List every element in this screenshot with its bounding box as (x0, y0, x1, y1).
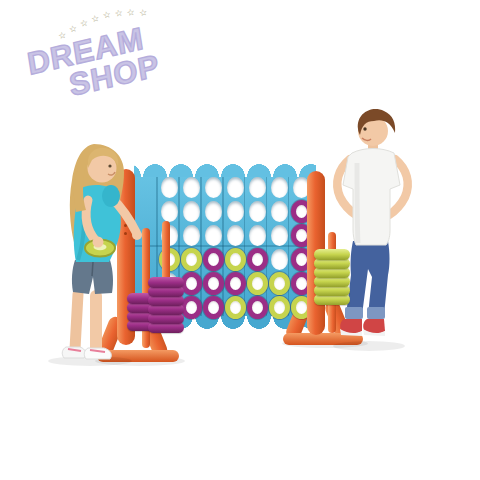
empty-hole (183, 177, 200, 198)
cell-r1c4[interactable] (224, 175, 246, 199)
cell-r1c1[interactable] (158, 175, 180, 199)
purple-disc (203, 272, 224, 295)
star-icon: ☆ (126, 7, 136, 19)
empty-hole (271, 249, 288, 270)
purple-disc (203, 296, 224, 319)
cell-r1c6[interactable] (268, 175, 290, 199)
cell-r2c5[interactable] (246, 199, 268, 223)
cell-r4c2[interactable] (180, 247, 202, 271)
star-icon: ☆ (90, 13, 100, 25)
empty-hole (161, 177, 178, 198)
yellow-disc (225, 248, 246, 271)
empty-hole (205, 225, 222, 246)
cell-r3c3[interactable] (202, 223, 224, 247)
cell-r1c3[interactable] (202, 175, 224, 199)
empty-hole (249, 177, 266, 198)
star-icon: ☆ (57, 30, 67, 42)
empty-hole (227, 201, 244, 222)
watermark-word-dream: DREAM (25, 20, 146, 82)
cell-r4c6[interactable] (268, 247, 290, 271)
cell-r3c5[interactable] (246, 223, 268, 247)
empty-hole (271, 201, 288, 222)
cell-r6c5[interactable] (246, 295, 268, 319)
cell-r3c6[interactable] (268, 223, 290, 247)
empty-hole (205, 177, 222, 198)
purple-disc (247, 248, 268, 271)
yellow-disc (225, 296, 246, 319)
cell-r2c4[interactable] (224, 199, 246, 223)
cell-r4c5[interactable] (246, 247, 268, 271)
yellow-spare-ring (314, 249, 350, 260)
cell-r2c3[interactable] (202, 199, 224, 223)
yellow-disc (181, 248, 202, 271)
cell-r2c1[interactable] (158, 199, 180, 223)
cell-r6c3[interactable] (202, 295, 224, 319)
watermark-stars: ☆☆☆☆☆☆☆☆ (55, 0, 167, 43)
cell-r4c4[interactable] (224, 247, 246, 271)
cell-r6c6[interactable] (268, 295, 290, 319)
purple-disc (247, 296, 268, 319)
empty-hole (205, 201, 222, 222)
boy-figure (322, 103, 422, 353)
star-icon: ☆ (138, 7, 148, 19)
cell-r2c2[interactable] (180, 199, 202, 223)
empty-hole (161, 201, 178, 222)
cell-r1c2[interactable] (180, 175, 202, 199)
cell-r2c6[interactable] (268, 199, 290, 223)
purple-disc (203, 248, 224, 271)
cell-r5c5[interactable] (246, 271, 268, 295)
cell-r5c6[interactable] (268, 271, 290, 295)
cell-r6c4[interactable] (224, 295, 246, 319)
empty-hole (271, 225, 288, 246)
empty-hole (227, 177, 244, 198)
dream-shop-watermark: ☆☆☆☆☆☆☆☆ DREAM SHOP (16, 0, 227, 141)
empty-hole (183, 225, 200, 246)
purple-spare-ring (148, 277, 184, 288)
yellow-disc (269, 272, 290, 295)
watermark-word-shop: SHOP (67, 48, 162, 104)
purple-disc-stack-2 (148, 277, 184, 333)
purple-disc (225, 272, 246, 295)
girl-figure (12, 138, 142, 368)
star-icon: ☆ (114, 7, 124, 19)
empty-hole (227, 225, 244, 246)
empty-hole (249, 225, 266, 246)
yellow-disc (269, 296, 290, 319)
cell-r1c5[interactable] (246, 175, 268, 199)
product-photo-canvas: ☆☆☆☆☆☆☆☆ DREAM SHOP (0, 0, 480, 480)
empty-hole (249, 201, 266, 222)
empty-hole (183, 201, 200, 222)
star-icon: ☆ (68, 23, 78, 35)
empty-hole (271, 177, 288, 198)
cell-r3c4[interactable] (224, 223, 246, 247)
star-icon: ☆ (79, 18, 89, 30)
cell-r4c3[interactable] (202, 247, 224, 271)
yellow-disc-stack (314, 249, 350, 305)
cell-r5c3[interactable] (202, 271, 224, 295)
cell-r5c4[interactable] (224, 271, 246, 295)
star-icon: ☆ (102, 9, 112, 21)
cell-r3c2[interactable] (180, 223, 202, 247)
yellow-disc (247, 272, 268, 295)
